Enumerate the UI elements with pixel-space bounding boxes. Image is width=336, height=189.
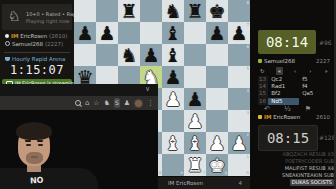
streamer-hair	[16, 122, 52, 140]
white-rank-number: #128	[319, 134, 335, 141]
square-a8[interactable]	[74, 0, 96, 22]
profile-avatar-icon[interactable]	[134, 99, 143, 108]
piece-black-rook[interactable]: ♜	[118, 0, 140, 22]
square-g6[interactable]	[206, 44, 228, 66]
square-a7[interactable]: ♟	[74, 22, 96, 44]
piece-black-pawn[interactable]: ♟	[184, 88, 206, 110]
piece-white-rook[interactable]: ♜	[184, 154, 206, 176]
chevron-down-icon[interactable]: ∨	[145, 85, 150, 93]
piece-black-bishop[interactable]: ♝	[162, 22, 184, 44]
square-b6[interactable]	[96, 44, 118, 66]
webcam-window: ∨ ⌂☆♞S♟⋮ NO	[0, 84, 158, 189]
ticker-line: MALIFIST RESUB X4	[214, 165, 334, 172]
move-row: 16Nd5	[258, 98, 330, 105]
player-rating: (2227)	[45, 41, 63, 47]
square-d6[interactable]: ♟	[140, 44, 162, 66]
move-black[interactable]	[299, 98, 330, 105]
white-color-icon	[5, 34, 9, 38]
file-coordinate: e	[181, 171, 183, 175]
takeback-icon[interactable]: ↶	[264, 105, 270, 113]
ticker-line: DUKAS SOCISTS	[214, 179, 334, 186]
streamer-eye	[38, 144, 43, 146]
home-icon[interactable]: ⌂	[85, 98, 89, 108]
rank-coordinate: 6	[246, 45, 249, 49]
square-g5[interactable]	[206, 66, 228, 88]
square-e8[interactable]: ♞	[162, 0, 184, 22]
trophy-icon	[5, 57, 10, 61]
star-icon[interactable]: ☆	[93, 98, 99, 108]
black-color-icon	[5, 41, 10, 46]
move-white[interactable]: Rad1	[268, 83, 299, 90]
square-g8[interactable]: ♚	[206, 0, 228, 22]
rank-coordinate: 5	[246, 67, 249, 71]
square-g7[interactable]: ♟	[206, 22, 228, 44]
white-player-row[interactable]: IM EricRosen 2610	[258, 113, 330, 122]
player-name: Samuel268	[12, 41, 43, 47]
square-h8[interactable]: 8	[228, 0, 250, 22]
streamer-stubble	[26, 152, 43, 164]
piece-black-pawn[interactable]: ♟	[206, 22, 228, 44]
square-h3[interactable]: 3	[228, 110, 250, 132]
piece-black-pawn[interactable]: ♟	[162, 66, 184, 88]
cycle-icon[interactable]: ↻	[258, 67, 267, 75]
extension-s-icon[interactable]: S	[114, 98, 120, 108]
streamer-webcam-feed: NO	[0, 110, 158, 189]
streamer-eyebrow	[25, 140, 31, 142]
white-clock: 08:15	[258, 125, 318, 151]
player-rating: (2610)	[49, 33, 67, 39]
divider	[4, 52, 70, 53]
black-rating: 2227	[316, 57, 330, 66]
square-h6[interactable]: 6	[228, 44, 250, 66]
square-f6[interactable]	[184, 44, 206, 66]
white-rating: 2610	[316, 113, 330, 122]
square-g4[interactable]	[206, 88, 228, 110]
square-c6[interactable]: ♞	[118, 44, 140, 66]
square-f7[interactable]	[184, 22, 206, 44]
piece-black-knight[interactable]: ♞	[118, 44, 140, 66]
piece-black-king[interactable]: ♚	[206, 0, 228, 22]
square-e6[interactable]: ♝	[162, 44, 184, 66]
square-d8[interactable]	[140, 0, 162, 22]
move-nav-controls: ↻«‹›»	[258, 67, 330, 75]
streamer-eye	[26, 144, 31, 146]
browser-toolbar: ⌂☆♞S♟⋮	[0, 96, 158, 110]
square-a6[interactable]	[74, 44, 96, 66]
piece-white-bishop[interactable]: ♝	[184, 132, 206, 154]
move-black[interactable]: Qa5	[299, 90, 330, 97]
player-name: EricRosen	[20, 33, 47, 39]
square-f2[interactable]: ♝	[184, 132, 206, 154]
resign-flag-icon[interactable]: ⚑	[305, 105, 311, 113]
rank-coordinate: 4	[246, 89, 249, 93]
streamer-mouth	[31, 156, 38, 158]
streamer-eyebrow	[37, 140, 43, 142]
move-list: 13Qc2f514Rad1f415Bf2Qa516Nd5	[258, 76, 330, 105]
game-action-buttons: ↶½⚑	[264, 105, 324, 113]
move-row: 15Bf2Qa5	[258, 90, 330, 97]
rank-coordinate: 8	[246, 1, 249, 5]
tournament-link[interactable]: Hourly Rapid Arena	[5, 56, 65, 62]
player-flair-icon	[258, 115, 262, 119]
prev-move-icon[interactable]: ‹	[292, 67, 298, 75]
game-meta-box: ♘ 10+0 • Rated • Rapid Playing right now	[2, 4, 72, 30]
black-clock: 08:14	[258, 30, 316, 54]
square-c8[interactable]: ♜	[118, 0, 140, 22]
piece-black-pawn[interactable]: ♟	[74, 22, 96, 44]
kebab-menu-icon[interactable]: ⋮	[147, 98, 154, 108]
sub-ticker: ABQZACH RESUB X3POETRYCODER SUBMALIFIST …	[214, 151, 334, 186]
square-e1[interactable]: e	[162, 154, 184, 176]
browser-toolbar-icons: ⌂☆♞S♟⋮	[75, 98, 154, 108]
piece-black-knight[interactable]: ♞	[162, 0, 184, 22]
square-e4[interactable]: ♟	[162, 88, 184, 110]
extension-knight-icon[interactable]: ♞	[104, 98, 110, 108]
move-black[interactable]: f5	[299, 76, 330, 83]
first-move-icon[interactable]: «	[276, 67, 283, 75]
piece-white-pawn[interactable]: ♟	[184, 110, 206, 132]
piece-white-bishop[interactable]: ♝	[162, 132, 184, 154]
game-meta-line2: Playing right now	[26, 18, 69, 24]
next-move-icon[interactable]: ›	[307, 67, 313, 75]
streamer-shoulders	[0, 168, 98, 189]
webcam-window-titlebar: ∨	[0, 84, 158, 96]
square-f5[interactable]	[184, 66, 206, 88]
game-meta-line1: 10+0 • Rated • Rapid	[26, 11, 81, 17]
tournament-clock: 1:15:07	[0, 63, 74, 77]
ticker-line: SNEAKINTEAKIN SUB	[214, 172, 334, 179]
move-number: 16	[258, 98, 268, 105]
sidebar-player-black[interactable]: Samuel268 (2227)	[5, 41, 63, 47]
move-white[interactable]: Qc2	[268, 76, 299, 83]
square-f3[interactable]: ♟	[184, 110, 206, 132]
piece-black-pawn[interactable]: ♟	[228, 22, 250, 44]
standing-player: IM EricRosen	[168, 177, 203, 189]
square-f4[interactable]: ♟	[184, 88, 206, 110]
player-flair-icon	[258, 59, 262, 63]
piece-black-bishop[interactable]: ♝	[162, 44, 184, 66]
square-d7[interactable]	[140, 22, 162, 44]
black-player-row[interactable]: Samuel268 2227	[258, 57, 330, 66]
move-number: 14	[258, 83, 268, 90]
move-number: 13	[258, 76, 268, 83]
piece-white-pawn[interactable]: ♟	[162, 88, 184, 110]
move-row: 13Qc2f5	[258, 76, 330, 83]
stream-screenshot: ♘ 10+0 • Rated • Rapid Playing right now…	[0, 0, 336, 189]
move-black[interactable]: f4	[299, 83, 330, 90]
piece-black-pawn[interactable]: ♟	[140, 44, 162, 66]
square-h7[interactable]: 7♟	[228, 22, 250, 44]
square-c7[interactable]	[118, 22, 140, 44]
square-e3[interactable]	[162, 110, 184, 132]
player-title: IM	[11, 33, 19, 39]
square-h5[interactable]: 5	[228, 66, 250, 88]
square-b7[interactable]: ♟	[96, 22, 118, 44]
extension-pawn-icon[interactable]: ♟	[124, 98, 130, 108]
piece-black-rook[interactable]: ♜	[184, 0, 206, 22]
rapid-rabbit-icon: ♘	[8, 9, 21, 23]
square-f1[interactable]: f♜	[184, 154, 206, 176]
move-row: 14Rad1f4	[258, 83, 330, 90]
search-icon[interactable]	[75, 100, 81, 106]
square-b8[interactable]	[96, 0, 118, 22]
square-f8[interactable]: ♜	[184, 0, 206, 22]
square-g3[interactable]	[206, 110, 228, 132]
last-move-icon[interactable]: »	[323, 67, 330, 75]
square-h4[interactable]: 4	[228, 88, 250, 110]
ticker-line: ABQZACH RESUB X3	[214, 151, 334, 158]
piece-black-pawn[interactable]: ♟	[96, 22, 118, 44]
square-e2[interactable]: ♝	[162, 132, 184, 154]
move-number: 15	[258, 90, 268, 97]
move-white[interactable]: Nd5	[268, 98, 299, 105]
sidebar-player-white[interactable]: IM EricRosen (2610)	[5, 33, 67, 39]
move-white[interactable]: Bf2	[268, 90, 299, 97]
draw-offer-icon[interactable]: ½	[284, 105, 291, 113]
black-rank-number: #96	[319, 39, 332, 46]
ticker-line: POETRYCODER SUB	[214, 158, 334, 165]
square-e5[interactable]: ♟	[162, 66, 184, 88]
square-e7[interactable]: ♝	[162, 22, 184, 44]
tournament-sidebar: ♘ 10+0 • Rated • Rapid Playing right now…	[0, 0, 74, 96]
shirt-text: NO	[30, 176, 44, 186]
rank-coordinate: 3	[246, 111, 249, 115]
